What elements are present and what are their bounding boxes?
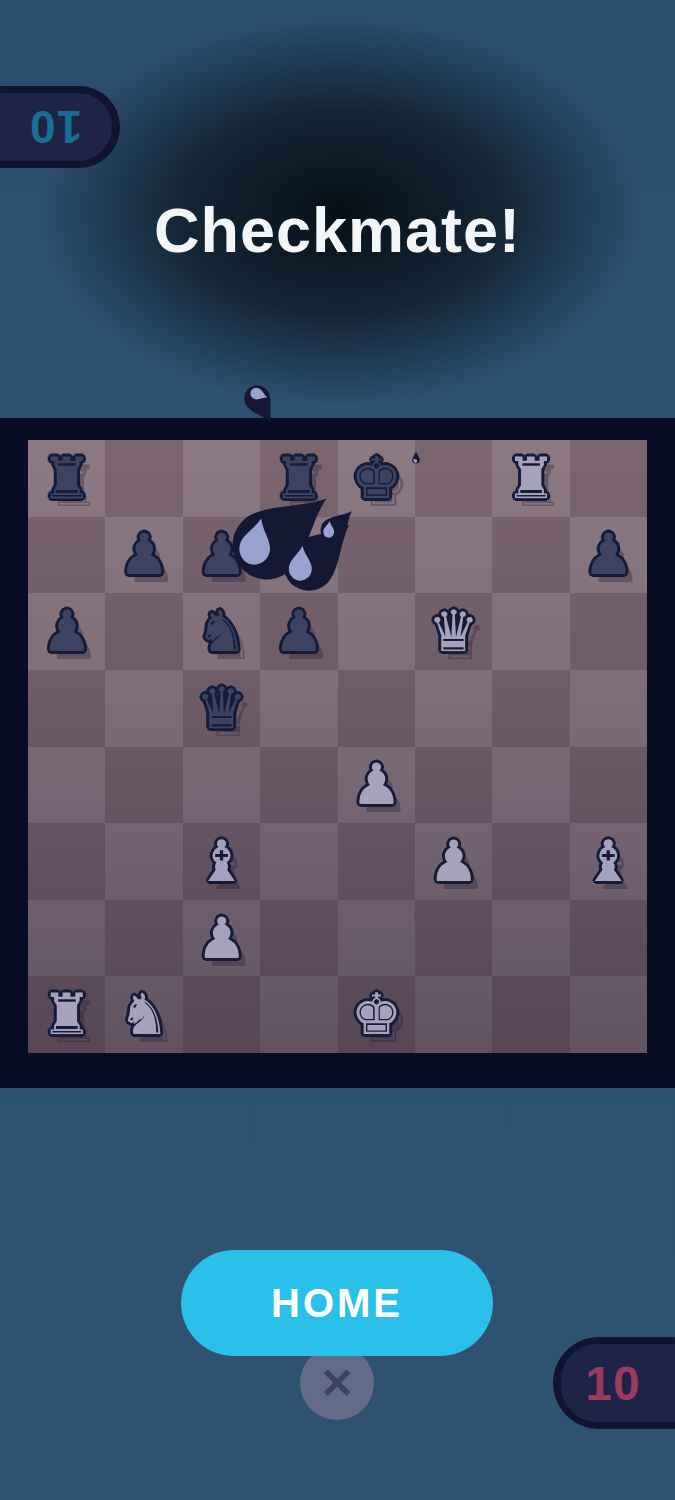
square-f6: ♛ — [415, 593, 492, 670]
home-button[interactable]: HOME — [181, 1250, 493, 1356]
player-score-badge: 10 — [553, 1337, 675, 1429]
square-h8 — [570, 440, 647, 517]
square-b5 — [105, 670, 182, 747]
square-e6 — [338, 593, 415, 670]
square-a8: ♜ — [28, 440, 105, 517]
square-a3 — [28, 823, 105, 900]
square-a5 — [28, 670, 105, 747]
square-d7 — [260, 517, 337, 594]
square-a1: ♜ — [28, 976, 105, 1053]
white-knight: ♞ — [119, 986, 170, 1043]
black-knight: ♞ — [196, 603, 247, 660]
square-c6: ♞ — [183, 593, 260, 670]
square-c5: ♛ — [183, 670, 260, 747]
square-f3: ♟ — [415, 823, 492, 900]
square-h4 — [570, 747, 647, 824]
checkmate-screen: 10 Checkmate! ♜♜♚♜♟♟♟♟♞♟♛♛♟♝♟♝♟♜♞♚ ✕ HOM… — [0, 0, 675, 1500]
square-h2 — [570, 900, 647, 977]
square-h3: ♝ — [570, 823, 647, 900]
square-b4 — [105, 747, 182, 824]
square-f7 — [415, 517, 492, 594]
square-b7: ♟ — [105, 517, 182, 594]
black-queen: ♛ — [196, 680, 247, 737]
white-bishop: ♝ — [583, 833, 634, 890]
square-f4 — [415, 747, 492, 824]
square-d6: ♟ — [260, 593, 337, 670]
square-f2 — [415, 900, 492, 977]
white-bishop: ♝ — [196, 833, 247, 890]
page-title: Checkmate! — [0, 194, 675, 266]
white-rook: ♜ — [505, 450, 556, 507]
square-g4 — [492, 747, 569, 824]
square-b3 — [105, 823, 182, 900]
white-pawn: ♟ — [428, 833, 479, 890]
square-d8: ♜ — [260, 440, 337, 517]
square-g2 — [492, 900, 569, 977]
square-g5 — [492, 670, 569, 747]
square-c8 — [183, 440, 260, 517]
square-c4 — [183, 747, 260, 824]
square-h7: ♟ — [570, 517, 647, 594]
black-pawn: ♟ — [273, 603, 324, 660]
square-h5 — [570, 670, 647, 747]
square-f8 — [415, 440, 492, 517]
chess-board: ♜♜♚♜♟♟♟♟♞♟♛♛♟♝♟♝♟♜♞♚ — [28, 440, 647, 1053]
square-b8 — [105, 440, 182, 517]
white-pawn: ♟ — [196, 910, 247, 967]
square-c7: ♟ — [183, 517, 260, 594]
opponent-score-badge-inner: 10 — [0, 93, 112, 161]
opponent-score-badge: 10 — [0, 86, 120, 168]
player-score-badge-inner: 10 — [561, 1344, 675, 1422]
black-pawn: ♟ — [196, 526, 247, 583]
white-pawn: ♟ — [351, 756, 402, 813]
square-d1 — [260, 976, 337, 1053]
square-e7 — [338, 517, 415, 594]
black-rook: ♜ — [41, 450, 92, 507]
square-h1 — [570, 976, 647, 1053]
black-king: ♚ — [351, 450, 402, 507]
close-icon: ✕ — [319, 1359, 354, 1408]
square-b2 — [105, 900, 182, 977]
square-e1: ♚ — [338, 976, 415, 1053]
square-c1 — [183, 976, 260, 1053]
square-b6 — [105, 593, 182, 670]
square-a2 — [28, 900, 105, 977]
chess-board-frame: ♜♜♚♜♟♟♟♟♞♟♛♛♟♝♟♝♟♜♞♚ — [0, 418, 675, 1088]
white-queen: ♛ — [428, 603, 479, 660]
close-button[interactable]: ✕ — [300, 1346, 374, 1420]
square-e2 — [338, 900, 415, 977]
square-d4 — [260, 747, 337, 824]
black-pawn: ♟ — [119, 526, 170, 583]
square-g7 — [492, 517, 569, 594]
square-f1 — [415, 976, 492, 1053]
square-g6 — [492, 593, 569, 670]
square-e5 — [338, 670, 415, 747]
white-rook: ♜ — [41, 986, 92, 1043]
square-e8: ♚ — [338, 440, 415, 517]
black-pawn: ♟ — [41, 603, 92, 660]
square-b1: ♞ — [105, 976, 182, 1053]
white-king: ♚ — [351, 986, 402, 1043]
square-g1 — [492, 976, 569, 1053]
square-h6 — [570, 593, 647, 670]
square-a7 — [28, 517, 105, 594]
square-a4 — [28, 747, 105, 824]
opponent-score-value: 10 — [29, 100, 82, 154]
square-c3: ♝ — [183, 823, 260, 900]
square-c2: ♟ — [183, 900, 260, 977]
square-f5 — [415, 670, 492, 747]
square-e3 — [338, 823, 415, 900]
square-d3 — [260, 823, 337, 900]
square-g3 — [492, 823, 569, 900]
square-e4: ♟ — [338, 747, 415, 824]
black-rook: ♜ — [273, 450, 324, 507]
square-g8: ♜ — [492, 440, 569, 517]
black-pawn: ♟ — [583, 526, 634, 583]
square-d5 — [260, 670, 337, 747]
square-a6: ♟ — [28, 593, 105, 670]
square-d2 — [260, 900, 337, 977]
player-score-value: 10 — [585, 1356, 640, 1411]
